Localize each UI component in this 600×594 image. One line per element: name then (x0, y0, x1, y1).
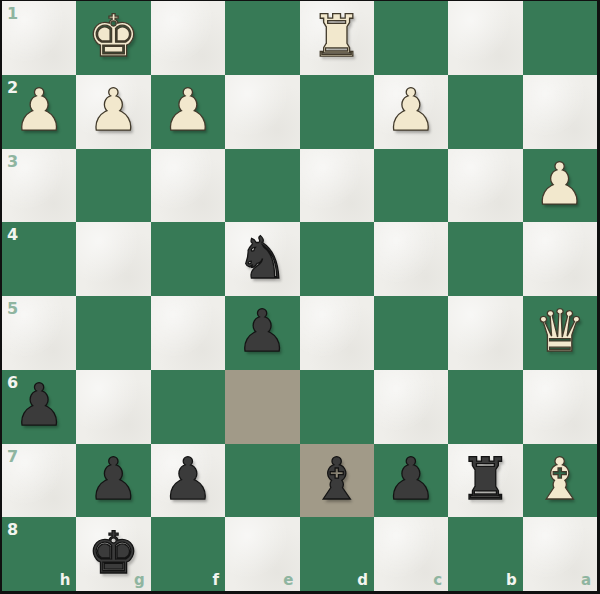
white-pawn[interactable]: ♟ (534, 155, 586, 213)
square-h8[interactable]: 8h (2, 517, 76, 591)
rank-label-3: 3 (7, 152, 18, 171)
file-label-d: d (357, 571, 368, 589)
square-e4[interactable]: ♞ (225, 222, 299, 296)
square-c7[interactable]: ♟ (374, 444, 448, 518)
square-e5[interactable]: ♟ (225, 296, 299, 370)
black-rook[interactable]: ♜ (459, 450, 511, 508)
square-c6[interactable] (374, 370, 448, 444)
white-king[interactable]: ♚ (88, 7, 140, 65)
square-b2[interactable] (448, 75, 522, 149)
square-h5[interactable]: 5 (2, 296, 76, 370)
square-f5[interactable] (151, 296, 225, 370)
rank-label-5: 5 (7, 299, 18, 318)
square-d6[interactable] (300, 370, 374, 444)
square-g3[interactable] (76, 149, 150, 223)
file-label-b: b (506, 571, 517, 589)
square-b1[interactable] (448, 1, 522, 75)
square-d4[interactable] (300, 222, 374, 296)
black-knight[interactable]: ♞ (236, 229, 288, 287)
square-e3[interactable] (225, 149, 299, 223)
square-b4[interactable] (448, 222, 522, 296)
square-d8[interactable]: d (300, 517, 374, 591)
square-g1[interactable]: ♚ (76, 1, 150, 75)
white-pawn[interactable]: ♟ (13, 81, 65, 139)
square-e8[interactable]: e (225, 517, 299, 591)
white-pawn[interactable]: ♟ (162, 81, 214, 139)
square-a6[interactable] (523, 370, 597, 444)
rank-label-7: 7 (7, 447, 18, 466)
black-king[interactable]: ♚ (88, 524, 140, 582)
black-pawn[interactable]: ♟ (385, 450, 437, 508)
black-bishop[interactable]: ♝ (311, 450, 363, 508)
square-d2[interactable] (300, 75, 374, 149)
square-g5[interactable] (76, 296, 150, 370)
rank-label-4: 4 (7, 225, 18, 244)
square-d7[interactable]: ♝ (300, 444, 374, 518)
square-e7[interactable] (225, 444, 299, 518)
square-g7[interactable]: ♟ (76, 444, 150, 518)
square-g8[interactable]: ♚g (76, 517, 150, 591)
square-c8[interactable]: c (374, 517, 448, 591)
square-c4[interactable] (374, 222, 448, 296)
square-g2[interactable]: ♟ (76, 75, 150, 149)
square-e1[interactable] (225, 1, 299, 75)
square-a3[interactable]: ♟ (523, 149, 597, 223)
square-a8[interactable]: a (523, 517, 597, 591)
chess-board: 1♚♜♟2♟♟♟3♟4♞5♟♛♟67♟♟♝♟♜♝8h♚gfedcba (0, 0, 600, 594)
square-d3[interactable] (300, 149, 374, 223)
rank-label-1: 1 (7, 4, 18, 23)
square-f7[interactable]: ♟ (151, 444, 225, 518)
square-c3[interactable] (374, 149, 448, 223)
black-pawn[interactable]: ♟ (236, 302, 288, 360)
white-pawn[interactable]: ♟ (385, 81, 437, 139)
square-a4[interactable] (523, 222, 597, 296)
rank-label-8: 8 (7, 520, 18, 539)
square-b6[interactable] (448, 370, 522, 444)
square-a5[interactable]: ♛ (523, 296, 597, 370)
square-f4[interactable] (151, 222, 225, 296)
square-b7[interactable]: ♜ (448, 444, 522, 518)
square-d1[interactable]: ♜ (300, 1, 374, 75)
square-f2[interactable]: ♟ (151, 75, 225, 149)
square-h3[interactable]: 3 (2, 149, 76, 223)
square-e6[interactable] (225, 370, 299, 444)
square-h4[interactable]: 4 (2, 222, 76, 296)
square-a1[interactable] (523, 1, 597, 75)
file-label-f: f (213, 571, 220, 589)
square-c1[interactable] (374, 1, 448, 75)
square-h1[interactable]: 1 (2, 1, 76, 75)
square-b8[interactable]: b (448, 517, 522, 591)
square-f6[interactable] (151, 370, 225, 444)
white-rook[interactable]: ♜ (311, 7, 363, 65)
white-pawn[interactable]: ♟ (88, 81, 140, 139)
square-f1[interactable] (151, 1, 225, 75)
file-label-a: a (581, 571, 591, 589)
square-c2[interactable]: ♟ (374, 75, 448, 149)
file-label-h: h (60, 571, 71, 589)
square-a2[interactable] (523, 75, 597, 149)
square-b3[interactable] (448, 149, 522, 223)
square-f8[interactable]: f (151, 517, 225, 591)
square-b5[interactable] (448, 296, 522, 370)
black-pawn[interactable]: ♟ (162, 450, 214, 508)
white-bishop[interactable]: ♝ (534, 450, 586, 508)
black-pawn[interactable]: ♟ (13, 376, 65, 434)
square-h7[interactable]: 7 (2, 444, 76, 518)
square-d5[interactable] (300, 296, 374, 370)
square-f3[interactable] (151, 149, 225, 223)
black-pawn[interactable]: ♟ (88, 450, 140, 508)
white-queen[interactable]: ♛ (534, 302, 586, 360)
square-g6[interactable] (76, 370, 150, 444)
square-h6[interactable]: ♟6 (2, 370, 76, 444)
square-h2[interactable]: ♟2 (2, 75, 76, 149)
file-label-e: e (283, 571, 293, 589)
square-c5[interactable] (374, 296, 448, 370)
file-label-c: c (433, 571, 442, 589)
square-g4[interactable] (76, 222, 150, 296)
square-a7[interactable]: ♝ (523, 444, 597, 518)
square-e2[interactable] (225, 75, 299, 149)
